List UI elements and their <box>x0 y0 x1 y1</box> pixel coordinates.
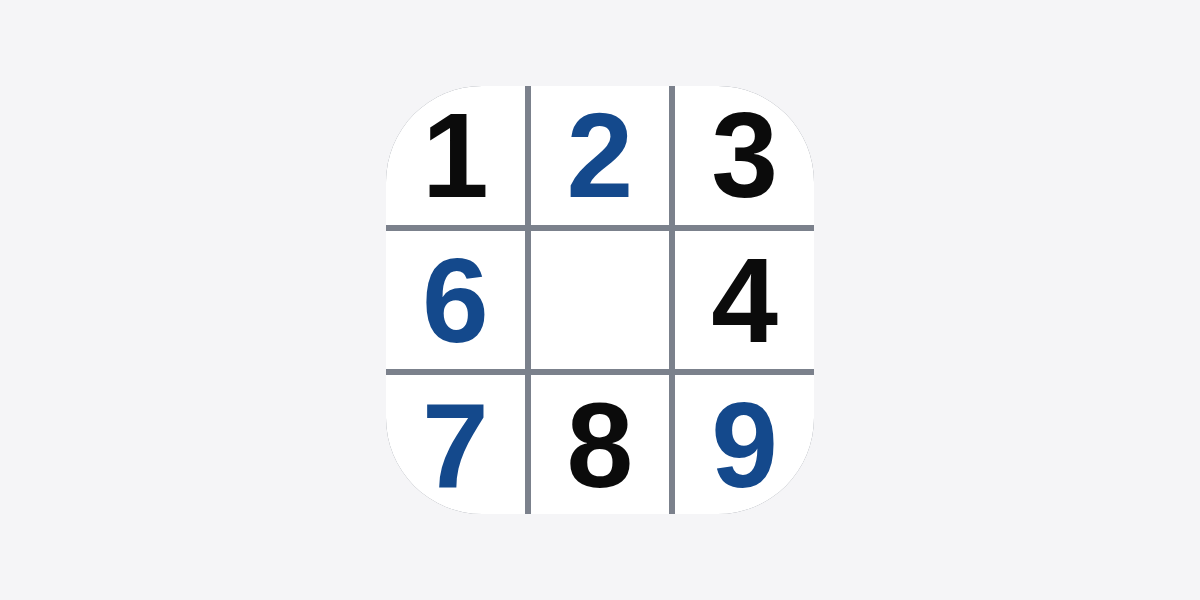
sudoku-app-icon[interactable]: 1 2 3 6 4 7 8 9 <box>386 86 814 514</box>
cell-r2c1: 6 <box>386 231 525 370</box>
cell-r1c2: 2 <box>531 86 670 225</box>
page-background: 1 2 3 6 4 7 8 9 <box>0 0 1200 600</box>
cell-r1c3: 3 <box>675 86 814 225</box>
cell-r2c2-empty <box>531 231 670 370</box>
cell-r3c2: 8 <box>531 375 670 514</box>
cell-r3c1: 7 <box>386 375 525 514</box>
cell-r2c3: 4 <box>675 231 814 370</box>
cell-r3c3: 9 <box>675 375 814 514</box>
cell-r1c1: 1 <box>386 86 525 225</box>
sudoku-grid: 1 2 3 6 4 7 8 9 <box>386 86 814 514</box>
